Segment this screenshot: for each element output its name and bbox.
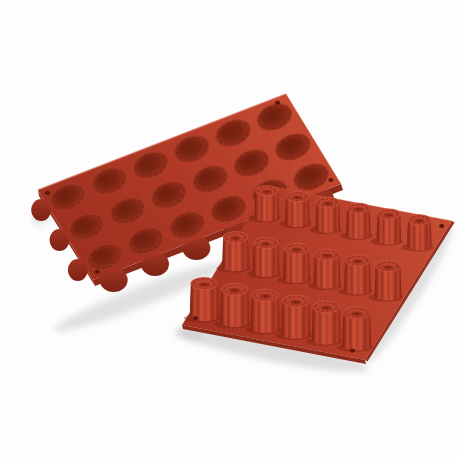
bump-dimple: [353, 207, 363, 211]
bump-dimple: [352, 259, 363, 263]
bump: [216, 232, 250, 273]
corner-hole: [328, 178, 333, 182]
bump-dimple: [260, 242, 271, 246]
bump-dimple: [259, 294, 271, 299]
bump-dimple: [382, 265, 393, 269]
bump-dimple: [292, 195, 302, 199]
bump-dimple: [198, 282, 210, 287]
corner-hole: [439, 224, 444, 228]
bump-dimple: [291, 248, 302, 252]
corner-hole: [95, 270, 100, 274]
bump-dimple: [320, 306, 332, 311]
corner-hole: [45, 191, 50, 195]
bump-dimple: [290, 300, 302, 305]
corner-hole: [275, 101, 280, 105]
corner-hole: [350, 349, 355, 353]
bump-dimple: [414, 219, 424, 223]
bump-dimple: [230, 236, 241, 240]
bump-dimple: [384, 213, 394, 217]
bump-dimple: [351, 311, 363, 316]
bump-dimple: [323, 201, 333, 205]
molds-illustration: [0, 0, 458, 458]
product-photo-silicone-canele-molds: Product photograph of two terracotta-red…: [0, 0, 458, 458]
corner-hole: [193, 316, 198, 320]
bump-dimple: [262, 190, 272, 194]
bump-dimple: [229, 288, 241, 293]
bump-dimple: [321, 253, 332, 257]
